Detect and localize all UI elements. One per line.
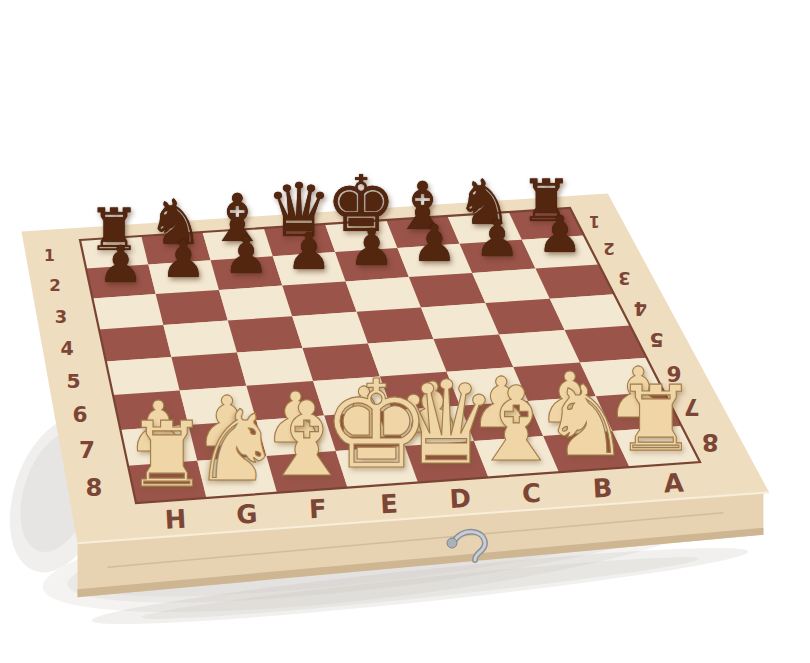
piece-dark-pawn: ♟: [98, 238, 144, 289]
piece-dark-pawn: ♟: [223, 230, 269, 281]
piece-light-rook: ♜: [126, 410, 207, 501]
piece-dark-pawn: ♟: [349, 222, 395, 273]
piece-dark-pawn: ♟: [537, 209, 583, 260]
pieces-layer: ♜♞♝♛♚♝♞♜♟♟♟♟♟♟♟♟♟♟♟♟♟♟♟♟♜♞♝♚♛♝♞♜: [0, 0, 810, 663]
piece-dark-pawn: ♟: [286, 226, 332, 277]
chessboard-photo: 11H22G33F44E55D66C77B88A ♜♞♝♛♚♝♞♜♟♟♟♟♟♟♟…: [0, 0, 810, 663]
piece-dark-pawn: ♟: [412, 218, 458, 269]
piece-dark-pawn: ♟: [160, 234, 206, 285]
piece-dark-pawn: ♟: [474, 213, 520, 264]
